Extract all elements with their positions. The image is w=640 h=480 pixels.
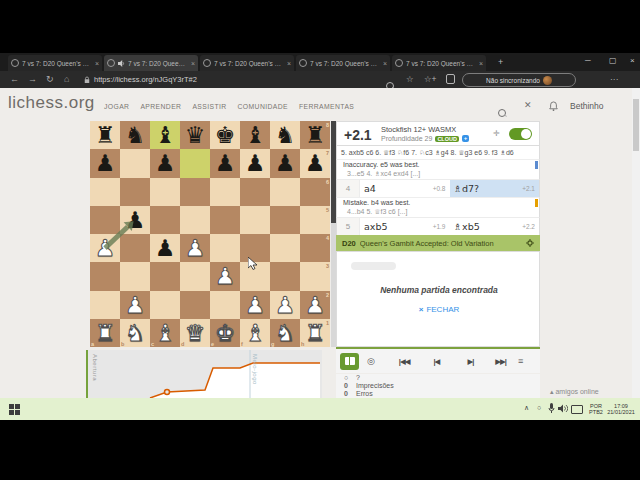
tray-expand-icon[interactable]: ∧	[524, 404, 529, 412]
speaker-icon[interactable]	[558, 404, 568, 413]
label: Imprecisões	[356, 382, 394, 390]
phase-label-middlegame: Meio-jogo	[252, 354, 258, 385]
square-e3[interactable]: ♟	[210, 262, 240, 290]
explorer-tab-pill	[351, 262, 396, 270]
black-pawn-b5[interactable]: ♟	[120, 206, 150, 234]
black-queen-d8[interactable]: ♛	[180, 121, 210, 149]
square-a8[interactable]: ♜	[90, 121, 120, 149]
square-a7[interactable]: ♟	[90, 149, 120, 177]
file-label: d	[181, 341, 184, 347]
file-label: a	[91, 341, 94, 347]
engine-depth-row: Profundidade 29 CLOUD +	[381, 135, 469, 142]
file-label: g	[271, 341, 274, 347]
label: Erros	[356, 390, 373, 398]
tab-close-icon[interactable]: ×	[95, 60, 99, 67]
move-eval: +2.2	[522, 223, 535, 230]
summary-row-mistakes[interactable]: 0 Erros	[336, 390, 540, 398]
friends-label: amigos online	[555, 388, 598, 395]
home-button[interactable]: ⌂	[64, 74, 69, 84]
square-f1[interactable]: ♝f	[240, 319, 270, 347]
go-prev-button[interactable]: |◀	[434, 357, 440, 366]
browser-tab-bar: 7 vs 7: D20 Queen's Gambit Acc × 7 vs 7:…	[0, 53, 640, 71]
url-field[interactable]: https://lichess.org/nJGqY3rT#2	[78, 73, 384, 86]
black-pawn-c7[interactable]: ♟	[150, 149, 180, 177]
lichess-logo[interactable]: lichess.org	[8, 93, 95, 113]
black-knight-g8[interactable]: ♞	[270, 121, 300, 149]
browser-tab-5[interactable]: 7 vs 7: D20 Queen's Gambit Acc ×	[392, 55, 486, 71]
nav-aprender[interactable]: APRENDER	[140, 103, 181, 110]
engine-settings-icon[interactable]: ✛	[493, 129, 500, 138]
square-a1[interactable]: ♜a	[90, 319, 120, 347]
mistake-bar	[535, 199, 538, 207]
search-icon[interactable]	[498, 109, 506, 117]
square-d5[interactable]	[180, 206, 210, 234]
white-bishop-f1[interactable]: ♝	[240, 319, 270, 347]
san-text: ♗d7?	[454, 183, 480, 194]
nav-comunidade[interactable]: COMUNIDADE	[238, 103, 288, 110]
count: 0	[342, 390, 350, 398]
advantage-chart-svg	[86, 350, 322, 398]
site-nav: JOGAR APRENDER ASSISTIR COMUNIDADE FERRA…	[104, 103, 354, 110]
square-e6[interactable]	[210, 178, 240, 206]
tab-favicon	[107, 59, 115, 67]
tab-title: 7 vs 7: D20 Queen's Gambit Acc	[406, 60, 476, 67]
square-c2[interactable]	[150, 291, 180, 319]
white-rook-a1[interactable]: ♜	[90, 319, 120, 347]
challenge-icon[interactable]: ✕	[524, 100, 532, 110]
square-e7[interactable]: ♟	[210, 149, 240, 177]
opening-explorer: Nenhuma partida encontrada ×FECHAR	[336, 251, 540, 347]
file-label: c	[151, 341, 154, 347]
square-h4[interactable]: 4	[300, 234, 330, 262]
move-eval: +2.1	[522, 185, 535, 192]
black-knight-b8[interactable]: ♞	[120, 121, 150, 149]
black-pawn-f7[interactable]: ♟	[240, 149, 270, 177]
comment-mistake: Mistake. b4 was best.	[336, 197, 540, 207]
eco-code: D20	[342, 239, 356, 248]
back-button[interactable]: ←	[10, 74, 19, 84]
screen: 7 vs 7: D20 Queen's Gambit Acc × 7 vs 7:…	[0, 0, 640, 480]
square-h2[interactable]: ♟2	[300, 291, 330, 319]
square-g6[interactable]	[270, 178, 300, 206]
san-text: axb5	[364, 221, 388, 232]
reload-button[interactable]: ↻	[46, 74, 54, 84]
square-c7[interactable]: ♟	[150, 149, 180, 177]
phase-label-opening: Abertura	[92, 354, 98, 381]
browser-tab-3[interactable]: 7 vs 7: D20 Queen's Gambit Acc ×	[200, 55, 294, 71]
lang-bottom: PTB2	[586, 409, 606, 415]
black-pawn-g7[interactable]: ♟	[270, 149, 300, 177]
engine-panel-header: +2.1 Stockfish 12+ WASMX Profundidade 29…	[336, 121, 540, 146]
browser-tab-1[interactable]: 7 vs 7: D20 Queen's Gambit Acc ×	[8, 55, 102, 71]
square-h6[interactable]: 6	[300, 178, 330, 206]
tab-close-icon[interactable]: ×	[383, 60, 387, 67]
black-pawn-a7[interactable]: ♟	[90, 149, 120, 177]
rank-label: 8	[326, 122, 329, 128]
language-indicator[interactable]: POR PTB2	[586, 403, 606, 415]
tab-title: 7 vs 7: D20 Queen's Gambit Acc	[128, 60, 188, 67]
favorite-icon[interactable]: ☆	[406, 74, 414, 84]
square-d4[interactable]: ♟	[180, 234, 210, 262]
square-h3[interactable]: 3	[300, 262, 330, 290]
square-h1[interactable]: ♜1h	[300, 319, 330, 347]
go-first-button[interactable]: |◀◀	[399, 357, 410, 366]
tab-title: 7 vs 7: D20 Queen's Gambit Acc	[22, 60, 92, 67]
square-c4[interactable]: ♟	[150, 234, 180, 262]
tab-favicon	[395, 59, 403, 67]
url-text: https://lichess.org/nJGqY3rT#2	[94, 75, 197, 84]
collections-icon[interactable]: ☆+	[424, 74, 437, 84]
white-pawn-b2[interactable]: ♟	[120, 291, 150, 319]
square-c1[interactable]: ♝c	[150, 319, 180, 347]
square-b7[interactable]	[120, 149, 150, 177]
square-f3[interactable]	[240, 262, 270, 290]
move-black-bd7-selected[interactable]: ♗d7? +2.1	[450, 180, 540, 197]
close-label: FECHAR	[426, 305, 459, 314]
move-number: 4	[337, 180, 360, 197]
move-white-axb5[interactable]: axb5 +1.9	[360, 218, 450, 235]
square-c8[interactable]: ♝	[150, 121, 180, 149]
black-pawn-c4[interactable]: ♟	[150, 234, 180, 262]
square-d1[interactable]: ♛d	[180, 319, 210, 347]
explorer-close-button[interactable]: ×FECHAR	[337, 305, 541, 314]
square-g1[interactable]: ♞g	[270, 319, 300, 347]
square-d6[interactable]	[180, 178, 210, 206]
square-g4[interactable]	[270, 234, 300, 262]
username[interactable]: Bethinho	[570, 101, 604, 111]
move-white-a4[interactable]: a4 +0.8	[360, 180, 450, 197]
white-bishop-c1[interactable]: ♝	[150, 319, 180, 347]
file-label: b	[121, 341, 124, 347]
page-scrollbar-thumb[interactable]	[633, 99, 639, 151]
keyboard-icon[interactable]	[571, 405, 583, 414]
comment-inaccuracy: Inaccuracy. e5 was best.	[336, 159, 540, 169]
move-number: 5	[337, 218, 360, 235]
profile-sync-button[interactable]: Não sincronizando	[462, 73, 576, 87]
summary-row-inaccuracies[interactable]: 0 Imprecisões	[336, 382, 540, 390]
window-maximize-button[interactable]: ▢	[609, 56, 617, 65]
square-c5[interactable]	[150, 206, 180, 234]
tab-favicon	[203, 59, 211, 67]
new-tab-button[interactable]: +	[498, 57, 503, 67]
rank-label: 6	[326, 179, 329, 185]
windows-start-button[interactable]	[9, 404, 20, 415]
square-a4[interactable]: ♟	[90, 234, 120, 262]
window-close-button[interactable]: ×	[630, 56, 635, 65]
rank-label: 1	[326, 320, 329, 326]
san-text: ♗xb5	[454, 221, 480, 232]
square-e5[interactable]	[210, 206, 240, 234]
lock-icon	[84, 76, 90, 84]
square-b5[interactable]: ♟	[120, 206, 150, 234]
summary-player-row: ○ ?	[336, 374, 540, 382]
nav-assistir[interactable]: ASSISTIR	[192, 103, 226, 110]
tab-close-icon[interactable]: ×	[479, 60, 483, 67]
variation-line-1[interactable]: 3...e5 4. ♗xc4 exd4 [...]	[336, 169, 540, 179]
windows-taskbar: U A ∧ ○ POR PTB2 17:09 21/01/2021 1	[0, 398, 640, 420]
square-b2[interactable]: ♟	[120, 291, 150, 319]
move-row-5: 5 axb5 +1.9 ♗xb5 +2.2	[336, 217, 540, 235]
square-e4[interactable]	[210, 234, 240, 262]
move-row-4: 4 a4 +0.8 ♗d7? +2.1	[336, 179, 540, 197]
advantage-chart[interactable]: Abertura Meio-jogo	[86, 350, 322, 398]
square-b3[interactable]	[120, 262, 150, 290]
tray-app-icon[interactable]: ○	[537, 404, 541, 411]
square-d2[interactable]	[180, 291, 210, 319]
count: 0	[342, 382, 350, 390]
microphone-icon[interactable]	[548, 403, 555, 414]
chess-board[interactable]: ♜♞♝♛♚♝♞♜8♟♟♟♟♟♟76♟5♟♟♟4♟3♟♟♟♟2♜a♞b♝c♛d♚e…	[90, 121, 330, 347]
go-last-button[interactable]: ▶▶|	[495, 357, 506, 366]
white-pawn-a4[interactable]: ♟	[90, 234, 120, 262]
tab-favicon	[11, 59, 19, 67]
black-bishop-f8[interactable]: ♝	[240, 121, 270, 149]
file-label: f	[241, 341, 243, 347]
san-text: a4	[364, 183, 376, 194]
white-knight-g1[interactable]: ♞	[270, 319, 300, 347]
square-b1[interactable]: ♞b	[120, 319, 150, 347]
square-a3[interactable]	[90, 262, 120, 290]
engine-toggle[interactable]	[509, 128, 532, 140]
tab-close-icon[interactable]: ×	[191, 60, 195, 67]
file-label: e	[211, 341, 214, 347]
square-f4[interactable]	[240, 234, 270, 262]
square-a2[interactable]	[90, 291, 120, 319]
cloud-badge: CLOUD	[435, 136, 459, 142]
white-pawn-e3[interactable]: ♟	[210, 262, 240, 290]
move-eval: +0.8	[433, 185, 446, 192]
square-b8[interactable]: ♞	[120, 121, 150, 149]
date: 21/01/2021	[604, 409, 638, 415]
square-g3[interactable]	[270, 262, 300, 290]
explorer-settings-icon[interactable]	[526, 239, 534, 247]
opening-name-bar: D20 Queen's Gambit Accepted: Old Variati…	[336, 235, 540, 251]
white-knight-b1[interactable]: ♞	[120, 319, 150, 347]
white-pawn-g2[interactable]: ♟	[270, 291, 300, 319]
square-g8[interactable]: ♞	[270, 121, 300, 149]
white-king-e1[interactable]: ♚	[210, 319, 240, 347]
opening-name: Queen's Gambit Accepted: Old Variation	[360, 239, 522, 248]
browser-tab-4[interactable]: 7 vs 7: D20 Queen's Gambit Acc ×	[296, 55, 390, 71]
browser-address-bar: ← → ↻ ⌂ https://lichess.org/nJGqY3rT#2 ☆…	[0, 71, 640, 88]
square-e1[interactable]: ♚e	[210, 319, 240, 347]
practice-icon[interactable]: ◎	[367, 356, 375, 366]
add-line-button[interactable]: +	[462, 135, 469, 142]
square-d3[interactable]	[180, 262, 210, 290]
square-a5[interactable]	[90, 206, 120, 234]
sync-status-text: Não sincronizando	[486, 77, 540, 84]
friends-expand-icon: ▴	[550, 388, 554, 395]
rank-label: 2	[326, 292, 329, 298]
square-f7[interactable]: ♟	[240, 149, 270, 177]
book-icon	[345, 357, 355, 365]
white-player-name: ?	[356, 374, 360, 382]
move-black-bxb5[interactable]: ♗xb5 +2.2	[450, 218, 540, 235]
engine-depth: Profundidade 29	[381, 135, 432, 142]
black-king-e8[interactable]: ♚	[210, 121, 240, 149]
square-h8[interactable]: ♜8	[300, 121, 330, 149]
white-queen-d1[interactable]: ♛	[180, 319, 210, 347]
engine-line[interactable]: 5. axb5 c6 6. ♕f3 ♘f6 7. ♘c3 ♗g4 8. ♕g3 …	[336, 146, 540, 159]
square-f6[interactable]	[240, 178, 270, 206]
comment-text: Mistake. b4 was best.	[343, 199, 410, 206]
move-eval: +1.9	[433, 223, 446, 230]
toggle-knob	[521, 129, 531, 139]
menu-icon[interactable]: ≡	[518, 356, 523, 366]
white-pawn-d4[interactable]: ♟	[180, 234, 210, 262]
nav-ferramentas[interactable]: FERRAMENTAS	[299, 103, 354, 110]
variation-line-2[interactable]: 4...b4 5. ♕f3 c6 [...]	[336, 207, 540, 217]
extension-icon[interactable]	[446, 74, 455, 84]
black-bishop-c8[interactable]: ♝	[150, 121, 180, 149]
black-rook-a8[interactable]: ♜	[90, 121, 120, 149]
tab-audio-icon	[118, 60, 125, 67]
square-f8[interactable]: ♝	[240, 121, 270, 149]
square-h7[interactable]: ♟7	[300, 149, 330, 177]
rank-label: 3	[326, 263, 329, 269]
square-d8[interactable]: ♛	[180, 121, 210, 149]
rank-label: 7	[326, 150, 329, 156]
square-b4[interactable]	[120, 234, 150, 262]
analysis-summary: ○ ? 0 Imprecisões 0 Erros 0 Erros Graves	[336, 374, 540, 398]
clock[interactable]: 17:09 21/01/2021	[604, 403, 638, 415]
nav-jogar[interactable]: JOGAR	[104, 103, 129, 110]
square-a6[interactable]	[90, 178, 120, 206]
book-button-active[interactable]	[340, 353, 359, 370]
comment-text: Inaccuracy. e5 was best.	[343, 161, 420, 168]
rank-label: 4	[326, 235, 329, 241]
window-minimize-button[interactable]: ─	[585, 56, 591, 65]
rank-label: 5	[326, 207, 329, 213]
tab-close-icon[interactable]: ×	[287, 60, 291, 67]
white-pawn-f2[interactable]: ♟	[240, 291, 270, 319]
engine-name: Stockfish 12+ WASMX	[381, 125, 456, 134]
eval-value: +2.1	[344, 127, 372, 143]
square-b6[interactable]	[120, 178, 150, 206]
bell-icon[interactable]	[549, 101, 558, 111]
browser-tab-2-active[interactable]: 7 vs 7: D20 Queen's Gambit Acc ×	[104, 55, 198, 71]
black-pawn-e7[interactable]: ♟	[210, 149, 240, 177]
square-d7[interactable]	[180, 149, 210, 177]
square-h5[interactable]: 5	[300, 206, 330, 234]
profile-avatar	[543, 76, 552, 85]
go-next-button[interactable]: ▶|	[467, 357, 473, 366]
square-e8[interactable]: ♚	[210, 121, 240, 149]
inaccuracy-bar	[535, 161, 538, 169]
white-player-icon: ○	[342, 374, 350, 382]
square-c6[interactable]	[150, 178, 180, 206]
explorer-empty-message: Nenhuma partida encontrada	[337, 285, 541, 295]
square-g5[interactable]	[270, 206, 300, 234]
square-g2[interactable]: ♟	[270, 291, 300, 319]
tab-favicon	[299, 59, 307, 67]
analysis-controls: ◎ |◀◀ |◀ ▶| ▶▶| ≡	[336, 347, 540, 373]
file-label: h	[301, 341, 304, 347]
friends-online-bar[interactable]: ▴ amigos online	[550, 388, 599, 396]
square-e2[interactable]	[210, 291, 240, 319]
tab-title: 7 vs 7: D20 Queen's Gambit Acc	[214, 60, 284, 67]
close-icon: ×	[419, 305, 424, 314]
square-c3[interactable]	[150, 262, 180, 290]
square-f2[interactable]: ♟	[240, 291, 270, 319]
square-f5[interactable]	[240, 206, 270, 234]
forward-button[interactable]: →	[28, 74, 37, 84]
tab-title: 7 vs 7: D20 Queen's Gambit Acc	[310, 60, 380, 67]
browser-menu-icon[interactable]: ···	[610, 74, 619, 84]
square-g7[interactable]: ♟	[270, 149, 300, 177]
